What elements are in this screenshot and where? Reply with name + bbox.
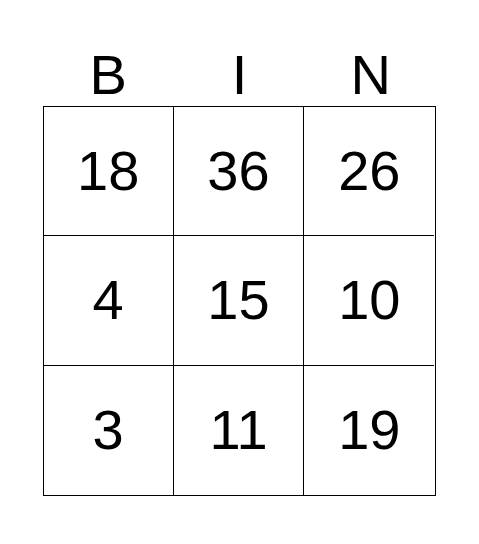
- bingo-cell-r1c2[interactable]: 36: [174, 107, 304, 236]
- column-header-n: N: [305, 44, 436, 106]
- bingo-cell-r1c3[interactable]: 26: [304, 107, 434, 236]
- bingo-grid: 18 36 26 4 15 10 3 11 19: [43, 106, 436, 496]
- bingo-card: B I N 18 36 26 4 15 10 3 11 19: [43, 44, 437, 496]
- bingo-cell-r3c2[interactable]: 11: [174, 366, 304, 495]
- column-header-i: I: [174, 44, 305, 106]
- column-headers: B I N: [43, 44, 437, 106]
- bingo-cell-r3c3[interactable]: 19: [304, 366, 434, 495]
- bingo-cell-r1c1[interactable]: 18: [44, 107, 174, 236]
- bingo-cell-r2c1[interactable]: 4: [44, 236, 174, 365]
- bingo-cell-r3c1[interactable]: 3: [44, 366, 174, 495]
- bingo-cell-r2c2[interactable]: 15: [174, 236, 304, 365]
- column-header-b: B: [43, 44, 174, 106]
- bingo-cell-r2c3[interactable]: 10: [304, 236, 434, 365]
